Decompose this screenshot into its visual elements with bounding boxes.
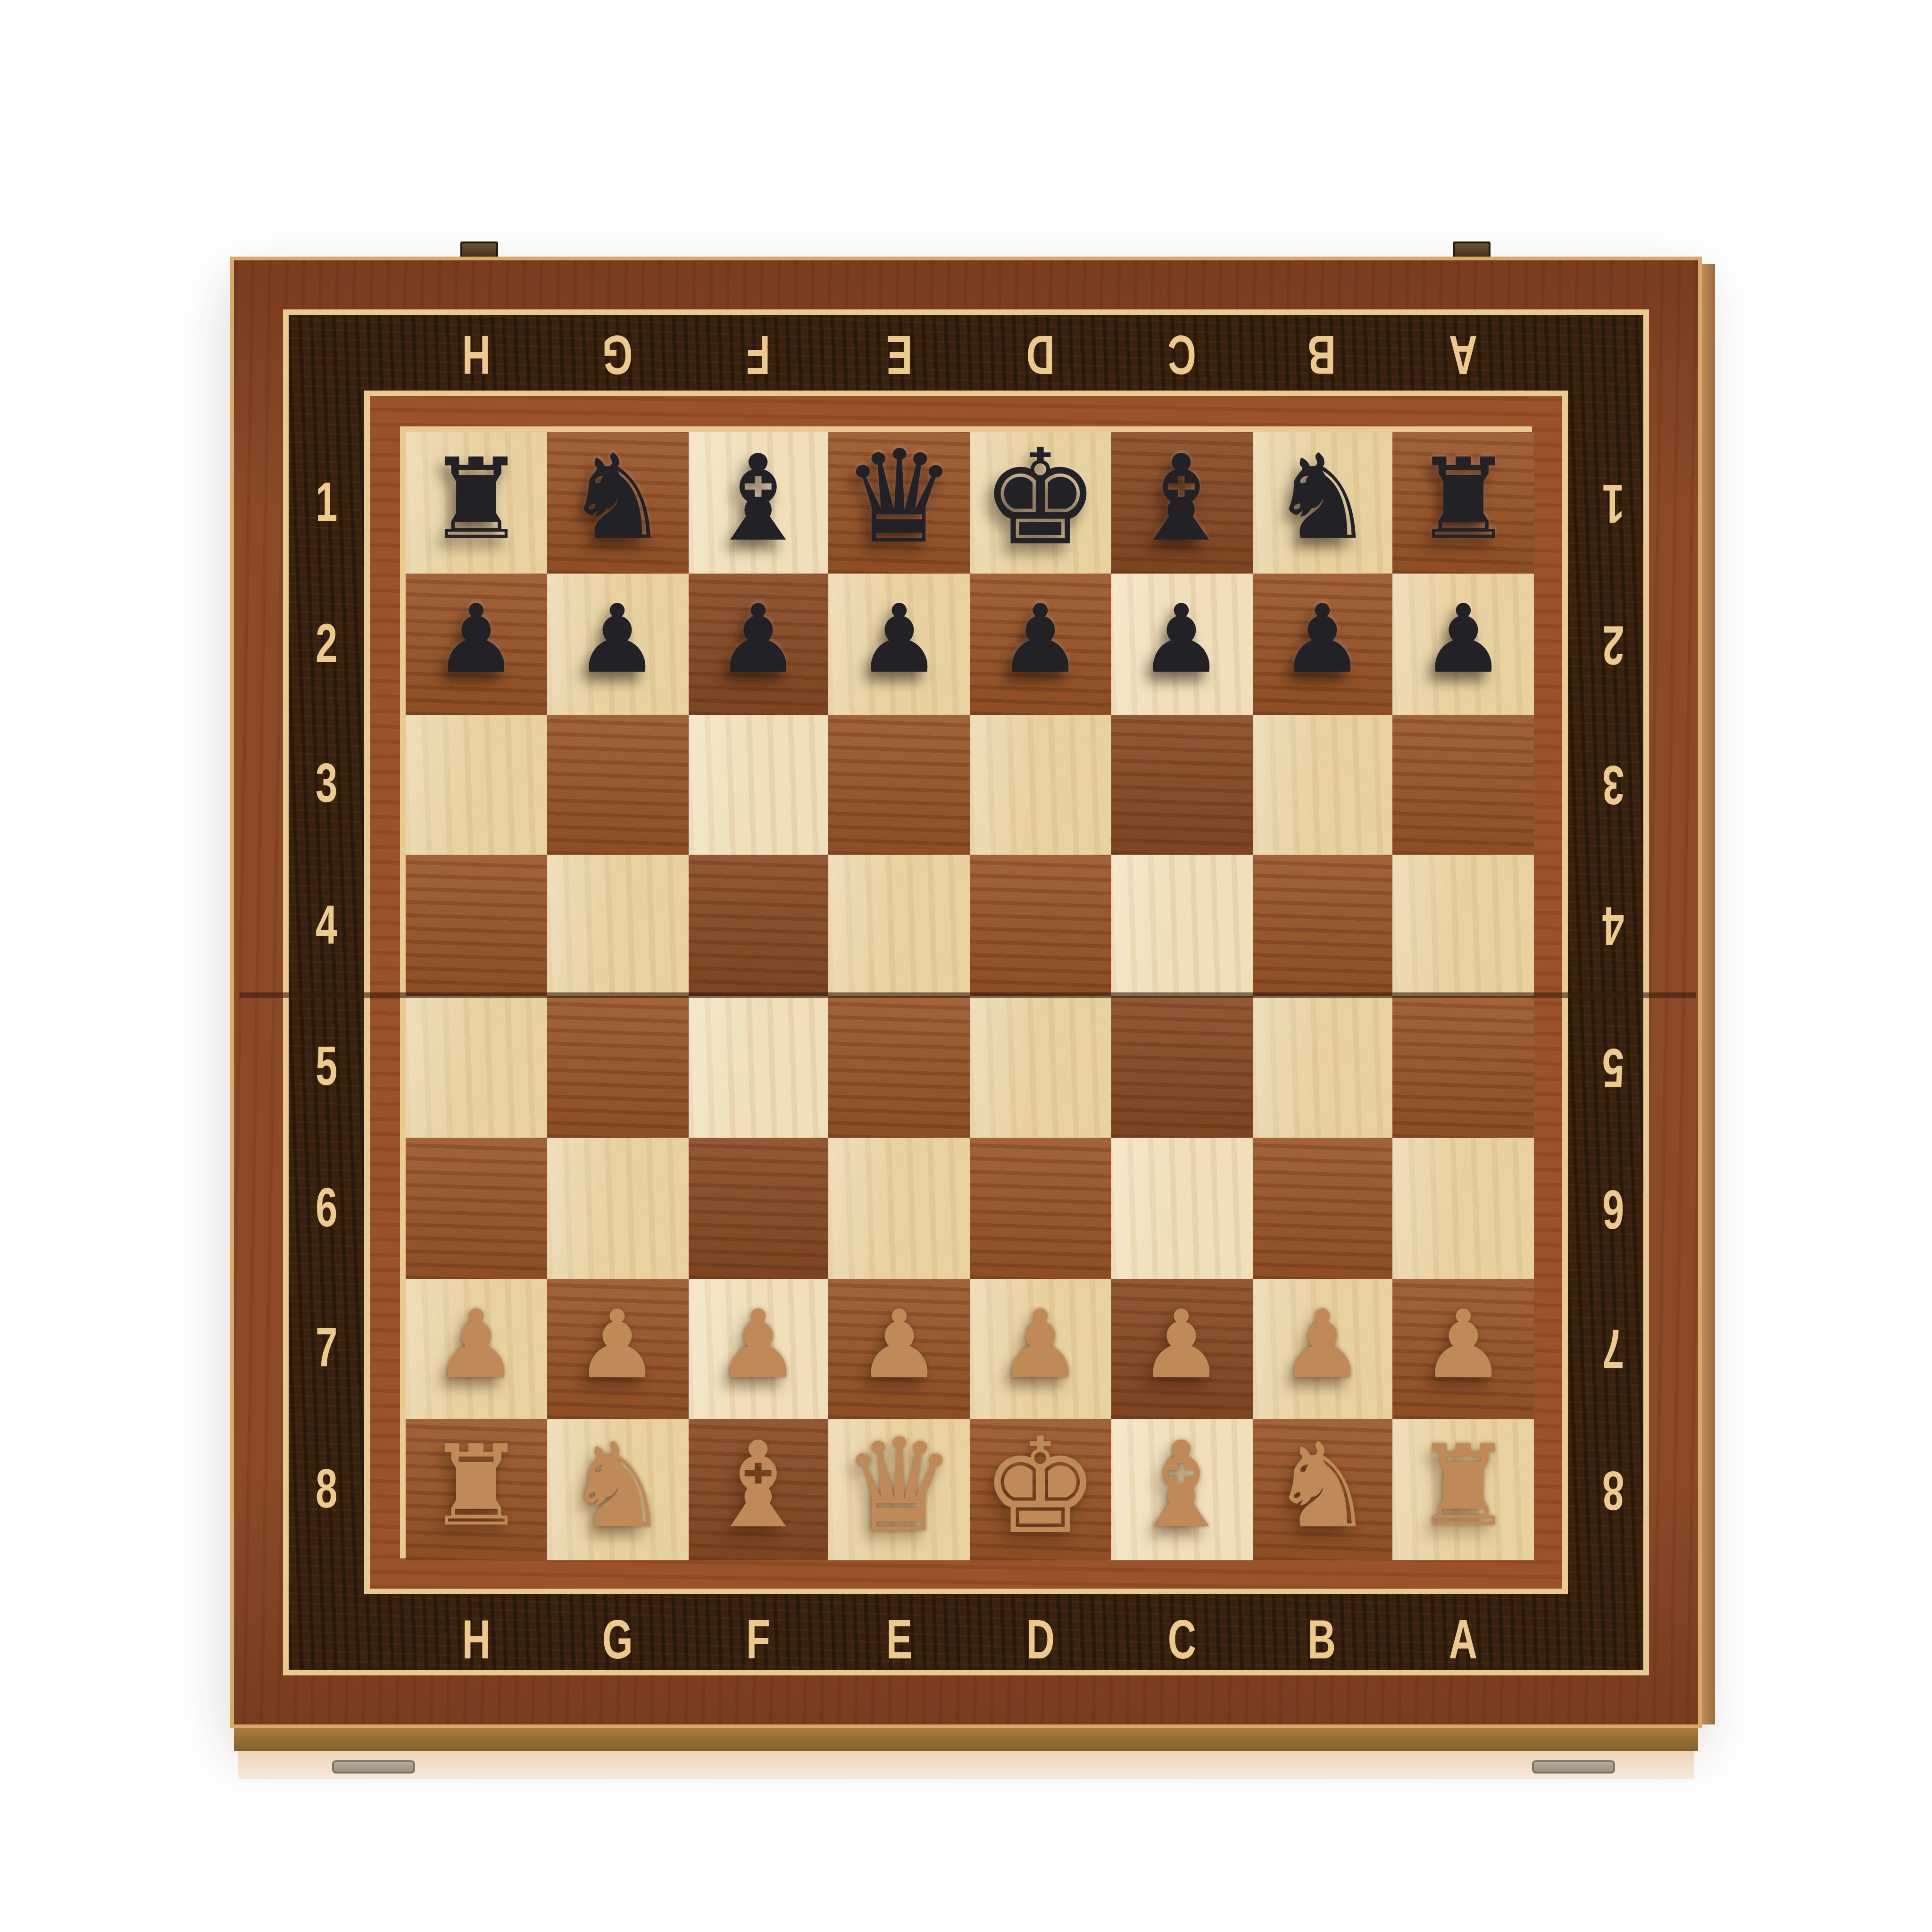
- square-a6[interactable]: [1393, 1137, 1534, 1278]
- square-g6[interactable]: [547, 1137, 688, 1278]
- piece-white-pawn-g7[interactable]: ♟: [575, 1298, 659, 1392]
- square-h5[interactable]: [406, 996, 547, 1137]
- piece-black-pawn-h2[interactable]: ♟: [434, 593, 518, 687]
- square-e6[interactable]: [829, 1137, 970, 1278]
- piece-black-queen-e1[interactable]: ♛: [842, 435, 957, 563]
- square-a8[interactable]: ♜: [1393, 1419, 1534, 1560]
- rank-label-right-6: 6: [1575, 1137, 1651, 1278]
- square-h6[interactable]: [406, 1137, 547, 1278]
- square-c2[interactable]: ♟: [1111, 573, 1252, 714]
- box-side-right: [1702, 264, 1715, 1724]
- piece-black-rook-h1[interactable]: ♜: [426, 443, 526, 555]
- square-d7[interactable]: ♟: [970, 1278, 1111, 1419]
- rank-label-right-8: 8: [1575, 1419, 1651, 1560]
- file-labels-top: HGFEDCBA: [406, 315, 1534, 391]
- piece-white-pawn-d7[interactable]: ♟: [998, 1298, 1083, 1392]
- square-g4[interactable]: [547, 855, 688, 996]
- square-h2[interactable]: ♟: [406, 573, 547, 714]
- square-b7[interactable]: ♟: [1252, 1278, 1393, 1419]
- piece-white-pawn-f7[interactable]: ♟: [716, 1298, 800, 1392]
- square-f3[interactable]: [688, 714, 829, 855]
- square-e4[interactable]: [829, 855, 970, 996]
- square-f5[interactable]: [688, 996, 829, 1137]
- piece-white-king-d8[interactable]: ♚: [981, 1420, 1099, 1552]
- piece-white-pawn-h7[interactable]: ♟: [434, 1298, 518, 1392]
- piece-black-pawn-c2[interactable]: ♟: [1139, 593, 1224, 687]
- square-a5[interactable]: [1393, 996, 1534, 1137]
- square-c4[interactable]: [1111, 855, 1252, 996]
- rank-label-left-7: 7: [289, 1278, 364, 1419]
- square-b4[interactable]: [1252, 855, 1393, 996]
- file-label-top-d: D: [970, 315, 1111, 391]
- piece-white-pawn-e7[interactable]: ♟: [857, 1298, 941, 1392]
- piece-white-rook-h8[interactable]: ♜: [426, 1431, 526, 1542]
- board-fold-seam: [240, 992, 1696, 998]
- file-label-bottom-f: F: [688, 1602, 829, 1677]
- rank-label-left-3: 3: [289, 714, 364, 855]
- piece-white-queen-e8[interactable]: ♛: [842, 1422, 957, 1550]
- file-label-bottom-e: E: [829, 1602, 970, 1677]
- rank-label-right-3: 3: [1575, 714, 1651, 855]
- square-h3[interactable]: [406, 714, 547, 855]
- file-label-bottom-h: H: [406, 1602, 547, 1677]
- file-label-bottom-c: C: [1111, 1602, 1252, 1677]
- square-f4[interactable]: [688, 855, 829, 996]
- square-g2[interactable]: ♟: [547, 573, 688, 714]
- piece-white-pawn-c7[interactable]: ♟: [1139, 1298, 1224, 1392]
- square-h1[interactable]: ♜: [406, 432, 547, 573]
- chess-board: HGFEDCBA HGFEDCBA 12345678 12345678 ♜♞♝♛…: [230, 257, 1702, 1728]
- square-f8[interactable]: ♝: [688, 1419, 829, 1560]
- rank-label-left-4: 4: [289, 855, 364, 996]
- box-side-bottom-panel: [238, 1751, 1694, 1779]
- file-label-top-e: E: [829, 315, 970, 391]
- square-b8[interactable]: ♞: [1252, 1419, 1393, 1560]
- square-f1[interactable]: ♝: [688, 432, 829, 573]
- rank-label-right-5: 5: [1575, 996, 1651, 1137]
- piece-black-knight-b1[interactable]: ♞: [1270, 441, 1374, 558]
- file-label-top-c: C: [1111, 315, 1252, 391]
- rank-label-left-8: 8: [289, 1419, 364, 1560]
- square-a1[interactable]: ♜: [1393, 432, 1534, 573]
- piece-black-pawn-f2[interactable]: ♟: [716, 593, 800, 687]
- piece-black-pawn-g2[interactable]: ♟: [575, 593, 659, 687]
- square-a2[interactable]: ♟: [1393, 573, 1534, 714]
- file-label-bottom-g: G: [547, 1602, 688, 1677]
- piece-white-knight-g8[interactable]: ♞: [565, 1428, 669, 1545]
- square-c1[interactable]: ♝: [1111, 432, 1252, 573]
- piece-black-knight-g1[interactable]: ♞: [565, 441, 669, 558]
- piece-white-pawn-a7[interactable]: ♟: [1421, 1298, 1506, 1392]
- rank-label-left-5: 5: [289, 996, 364, 1137]
- rank-label-right-2: 2: [1575, 573, 1651, 714]
- square-h8[interactable]: ♜: [406, 1419, 547, 1560]
- square-d8[interactable]: ♚: [970, 1419, 1111, 1560]
- rank-label-right-4: 4: [1575, 855, 1651, 996]
- piece-black-bishop-c1[interactable]: ♝: [1128, 440, 1235, 558]
- file-label-bottom-b: B: [1252, 1602, 1393, 1677]
- piece-black-pawn-d2[interactable]: ♟: [998, 593, 1083, 687]
- rank-label-right-1: 1: [1575, 432, 1651, 573]
- piece-white-pawn-b7[interactable]: ♟: [1280, 1298, 1365, 1392]
- square-e1[interactable]: ♛: [829, 432, 970, 573]
- piece-black-pawn-a2[interactable]: ♟: [1421, 593, 1506, 687]
- square-c6[interactable]: [1111, 1137, 1252, 1278]
- square-a7[interactable]: ♟: [1393, 1278, 1534, 1419]
- square-c7[interactable]: ♟: [1111, 1278, 1252, 1419]
- rank-label-left-2: 2: [289, 573, 364, 714]
- square-b5[interactable]: [1252, 996, 1393, 1137]
- piece-black-king-d1[interactable]: ♚: [981, 433, 1099, 565]
- square-h7[interactable]: ♟: [406, 1278, 547, 1419]
- file-label-bottom-a: A: [1393, 1602, 1534, 1677]
- square-e7[interactable]: ♟: [829, 1278, 970, 1419]
- square-d6[interactable]: [970, 1137, 1111, 1278]
- piece-white-knight-b8[interactable]: ♞: [1270, 1428, 1374, 1545]
- square-b2[interactable]: ♟: [1252, 573, 1393, 714]
- square-g5[interactable]: [547, 996, 688, 1137]
- rank-label-right-7: 7: [1575, 1278, 1651, 1419]
- piece-black-bishop-f1[interactable]: ♝: [705, 440, 812, 558]
- square-a4[interactable]: [1393, 855, 1534, 996]
- square-g1[interactable]: ♞: [547, 432, 688, 573]
- rank-label-left-1: 1: [289, 432, 364, 573]
- square-c8[interactable]: ♝: [1111, 1419, 1252, 1560]
- square-f7[interactable]: ♟: [688, 1278, 829, 1419]
- rank-label-left-6: 6: [289, 1137, 364, 1278]
- piece-black-pawn-b2[interactable]: ♟: [1280, 593, 1365, 687]
- file-labels-bottom: HGFEDCBA: [406, 1602, 1534, 1677]
- square-b6[interactable]: [1252, 1137, 1393, 1278]
- square-b1[interactable]: ♞: [1252, 432, 1393, 573]
- square-a3[interactable]: [1393, 714, 1534, 855]
- square-d5[interactable]: [970, 996, 1111, 1137]
- piece-black-pawn-e2[interactable]: ♟: [857, 593, 941, 687]
- square-e8[interactable]: ♛: [829, 1419, 970, 1560]
- file-label-top-a: A: [1393, 315, 1534, 391]
- square-c3[interactable]: [1111, 714, 1252, 855]
- square-g8[interactable]: ♞: [547, 1419, 688, 1560]
- square-f2[interactable]: ♟: [688, 573, 829, 714]
- file-label-top-b: B: [1252, 315, 1393, 391]
- square-d4[interactable]: [970, 855, 1111, 996]
- box-side-bottom-bevel: [234, 1728, 1698, 1751]
- bottom-latch-left: [332, 1760, 415, 1774]
- square-e5[interactable]: [829, 996, 970, 1137]
- square-e2[interactable]: ♟: [829, 573, 970, 714]
- file-label-top-f: F: [688, 315, 829, 391]
- square-d1[interactable]: ♚: [970, 432, 1111, 573]
- square-h4[interactable]: [406, 855, 547, 996]
- bottom-latch-right: [1532, 1760, 1615, 1774]
- square-c5[interactable]: [1111, 996, 1252, 1137]
- square-e3[interactable]: [829, 714, 970, 855]
- piece-white-rook-a8[interactable]: ♜: [1414, 1431, 1514, 1542]
- piece-white-bishop-c8[interactable]: ♝: [1128, 1427, 1235, 1546]
- square-g7[interactable]: ♟: [547, 1278, 688, 1419]
- photo-backdrop: HGFEDCBA HGFEDCBA 12345678 12345678 ♜♞♝♛…: [0, 0, 1932, 1932]
- square-f6[interactable]: [688, 1137, 829, 1278]
- square-b3[interactable]: [1252, 714, 1393, 855]
- file-label-top-g: G: [547, 315, 688, 391]
- square-d2[interactable]: ♟: [970, 573, 1111, 714]
- square-d3[interactable]: [970, 714, 1111, 855]
- piece-white-bishop-f8[interactable]: ♝: [705, 1427, 812, 1546]
- square-g3[interactable]: [547, 714, 688, 855]
- piece-black-rook-a1[interactable]: ♜: [1414, 443, 1514, 555]
- file-label-bottom-d: D: [970, 1602, 1111, 1677]
- photo-canvas: HGFEDCBA HGFEDCBA 12345678 12345678 ♜♞♝♛…: [0, 0, 1932, 1932]
- file-label-top-h: H: [406, 315, 547, 391]
